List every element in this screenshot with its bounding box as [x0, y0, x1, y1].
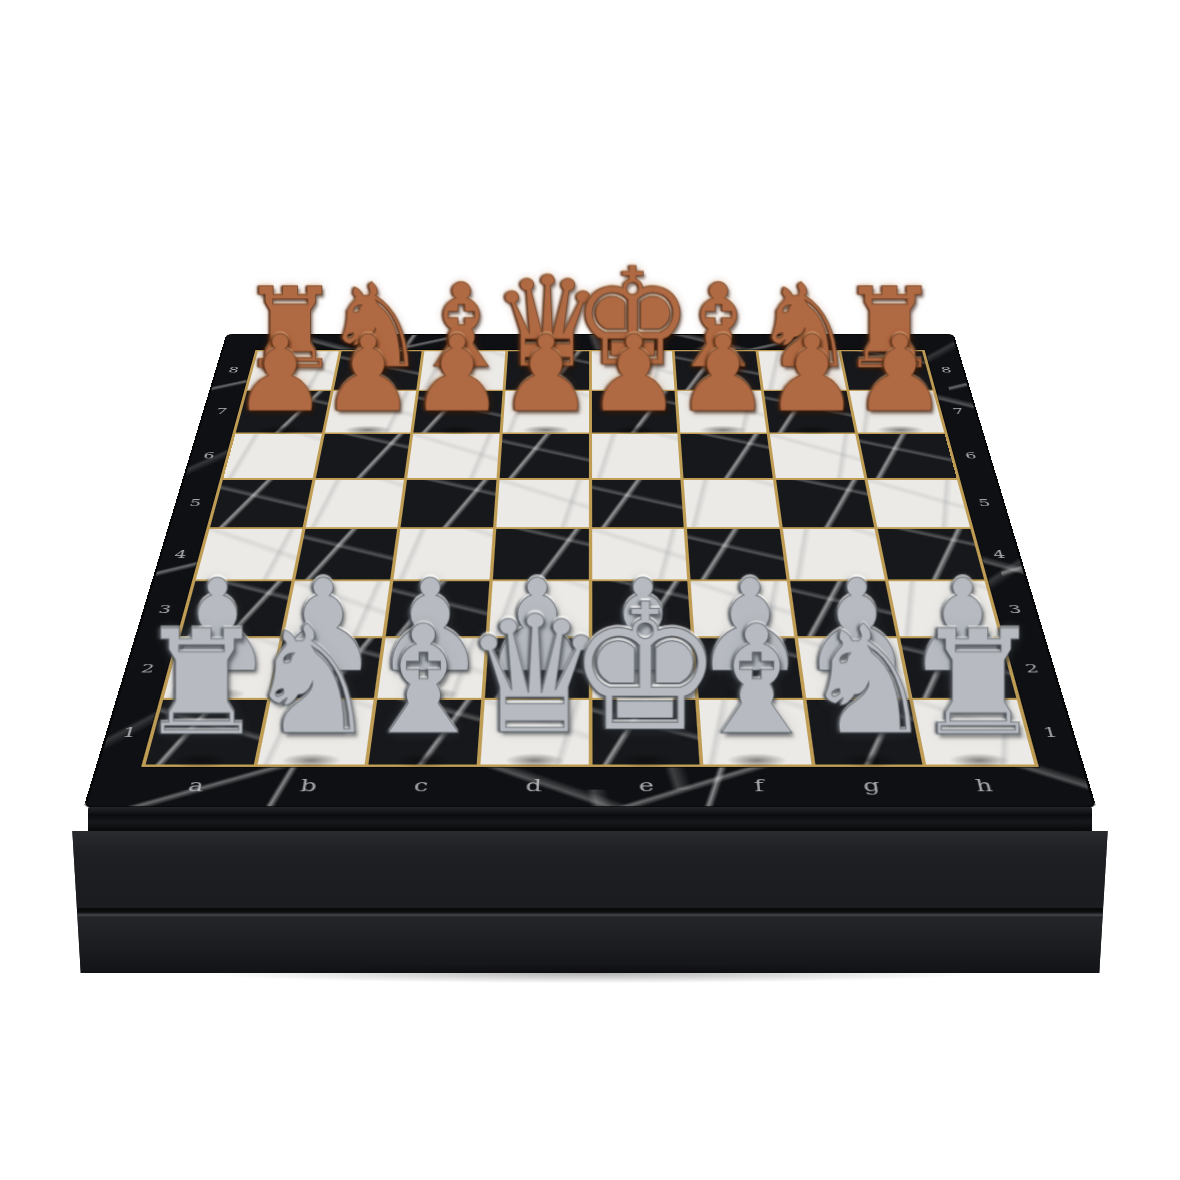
- rank-label-left-6: 6: [189, 433, 229, 479]
- square-c7[interactable]: ♟: [414, 391, 503, 432]
- chess-board-grid: ♜♞♝♛♚♝♞♜♟♟♟♟♟♟♟♟♟♟♟♟♟♟♟♟♜♞♝♛♚♝♞♜: [141, 350, 1039, 767]
- piece-copper-pawn-b7[interactable]: ♟: [321, 321, 416, 427]
- piece-copper-pawn-c7[interactable]: ♟: [410, 321, 505, 427]
- file-label-d: d: [477, 776, 590, 796]
- file-label-b: b: [250, 776, 366, 796]
- storage-box: [65, 831, 1115, 973]
- square-g5[interactable]: [776, 480, 875, 527]
- file-label-c: c: [364, 776, 479, 796]
- piece-copper-pawn-e7[interactable]: ♟: [587, 321, 682, 427]
- square-a6[interactable]: [223, 434, 321, 478]
- chess-board-3d: ♜♞♝♛♚♝♞♜♟♟♟♟♟♟♟♟♟♟♟♟♟♟♟♟♜♞♝♛♚♝♞♜ abcdefg…: [86, 335, 1093, 806]
- piece-copper-pawn-a7[interactable]: ♟: [233, 321, 328, 427]
- square-d7[interactable]: ♟: [503, 391, 589, 432]
- square-h6[interactable]: [859, 434, 957, 478]
- chess-set-product-photo: ♜♞♝♛♚♝♞♜♟♟♟♟♟♟♟♟♟♟♟♟♟♟♟♟♜♞♝♛♚♝♞♜ abcdefg…: [0, 0, 1180, 1180]
- piece-copper-pawn-d7[interactable]: ♟: [498, 321, 593, 427]
- square-a5[interactable]: [210, 480, 312, 527]
- square-e5[interactable]: [592, 480, 684, 527]
- square-h5[interactable]: [868, 480, 970, 527]
- square-d5[interactable]: [496, 480, 588, 527]
- box-lid: [65, 831, 1115, 908]
- board-marble-border: ♜♞♝♛♚♝♞♜♟♟♟♟♟♟♟♟♟♟♟♟♟♟♟♟♜♞♝♛♚♝♞♜ abcdefg…: [86, 335, 1093, 806]
- file-label-f: f: [702, 776, 817, 796]
- piece-copper-pawn-h7[interactable]: ♟: [853, 321, 948, 427]
- board-scene: ♜♞♝♛♚♝♞♜♟♟♟♟♟♟♟♟♟♟♟♟♟♟♟♟♜♞♝♛♚♝♞♜ abcdefg…: [200, 142, 980, 922]
- piece-copper-pawn-f7[interactable]: ♟: [675, 321, 770, 427]
- square-h1[interactable]: ♜: [913, 700, 1034, 764]
- square-b5[interactable]: [305, 480, 404, 527]
- file-labels: abcdefgh: [135, 769, 1044, 802]
- square-d6[interactable]: [500, 434, 589, 478]
- file-label-h: h: [926, 776, 1043, 796]
- square-e6[interactable]: [592, 434, 681, 478]
- square-e7[interactable]: ♟: [591, 391, 677, 432]
- file-label-g: g: [814, 776, 930, 796]
- square-e1[interactable]: ♚: [592, 700, 700, 764]
- square-g6[interactable]: [770, 434, 865, 478]
- square-c5[interactable]: [401, 480, 496, 527]
- square-f5[interactable]: [684, 480, 779, 527]
- square-b7[interactable]: ♟: [325, 391, 417, 432]
- piece-silver-rook-h1[interactable]: ♜: [913, 611, 1043, 756]
- piece-copper-pawn-g7[interactable]: ♟: [764, 321, 859, 427]
- square-c6[interactable]: [407, 434, 499, 478]
- square-f7[interactable]: ♟: [678, 391, 767, 432]
- square-f6[interactable]: [681, 434, 773, 478]
- square-g1[interactable]: ♞: [806, 700, 923, 764]
- board-slab-edge: [88, 807, 1092, 834]
- square-a7[interactable]: ♟: [236, 391, 330, 432]
- square-h7[interactable]: ♟: [850, 391, 944, 432]
- file-label-e: e: [590, 776, 703, 796]
- square-b6[interactable]: [315, 434, 410, 478]
- square-g7[interactable]: ♟: [764, 391, 856, 432]
- rank-label-right-6: 6: [951, 433, 991, 479]
- box-lid-seam: [65, 908, 1115, 917]
- floor-shadow: [55, 963, 1125, 993]
- square-f1[interactable]: ♝: [699, 700, 811, 764]
- file-label-a: a: [137, 776, 254, 796]
